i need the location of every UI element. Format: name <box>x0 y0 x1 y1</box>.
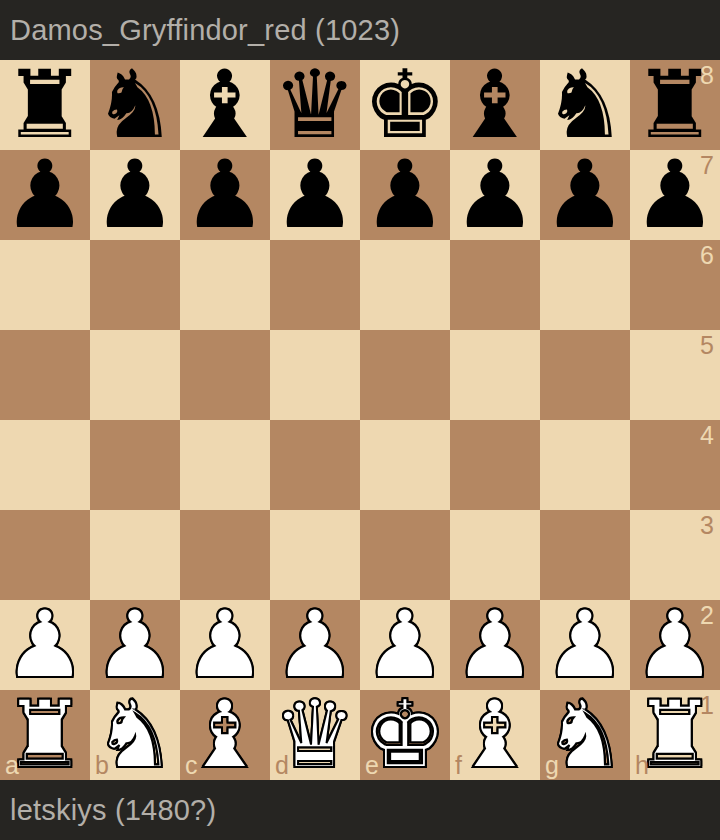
file-label-h: h <box>635 753 649 778</box>
square-d2[interactable]: ♟ <box>270 600 360 690</box>
square-f4[interactable] <box>450 420 540 510</box>
piece-black-pawn[interactable]: ♟ <box>450 150 540 240</box>
piece-black-queen[interactable]: ♛ <box>270 60 360 150</box>
square-g3[interactable] <box>540 510 630 600</box>
square-d4[interactable] <box>270 420 360 510</box>
square-e3[interactable] <box>360 510 450 600</box>
file-label-b: b <box>95 753 109 778</box>
square-h7[interactable]: ♟7 <box>630 150 720 240</box>
square-f5[interactable] <box>450 330 540 420</box>
piece-white-pawn[interactable]: ♟ <box>180 600 270 690</box>
square-b3[interactable] <box>90 510 180 600</box>
square-g6[interactable] <box>540 240 630 330</box>
square-b2[interactable]: ♟ <box>90 600 180 690</box>
piece-white-knight[interactable]: ♞ <box>540 690 630 780</box>
piece-white-pawn[interactable]: ♟ <box>630 600 720 690</box>
file-label-a: a <box>5 753 19 778</box>
rank-label-3: 3 <box>700 513 714 538</box>
piece-white-knight[interactable]: ♞ <box>90 690 180 780</box>
square-d8[interactable]: ♛ <box>270 60 360 150</box>
piece-black-bishop[interactable]: ♝ <box>450 60 540 150</box>
file-label-g: g <box>545 753 559 778</box>
piece-white-bishop[interactable]: ♝ <box>180 690 270 780</box>
square-g1[interactable]: ♞g <box>540 690 630 780</box>
file-label-c: c <box>185 753 198 778</box>
piece-black-knight[interactable]: ♞ <box>90 60 180 150</box>
rank-label-2: 2 <box>700 603 714 628</box>
square-a7[interactable]: ♟ <box>0 150 90 240</box>
square-h5[interactable]: 5 <box>630 330 720 420</box>
bottom-player-name: letskiys (1480?) <box>10 794 216 827</box>
square-g2[interactable]: ♟ <box>540 600 630 690</box>
square-b7[interactable]: ♟ <box>90 150 180 240</box>
top-player-bar: Damos_Gryffindor_red (1023) <box>0 0 720 60</box>
square-b4[interactable] <box>90 420 180 510</box>
bottom-player-bar: letskiys (1480?) <box>0 780 720 840</box>
rank-label-5: 5 <box>700 333 714 358</box>
piece-white-pawn[interactable]: ♟ <box>270 600 360 690</box>
square-b5[interactable] <box>90 330 180 420</box>
piece-white-king[interactable]: ♚ <box>360 690 450 780</box>
piece-black-bishop[interactable]: ♝ <box>180 60 270 150</box>
square-b8[interactable]: ♞ <box>90 60 180 150</box>
piece-white-pawn[interactable]: ♟ <box>540 600 630 690</box>
square-h4[interactable]: 4 <box>630 420 720 510</box>
square-c7[interactable]: ♟ <box>180 150 270 240</box>
piece-black-pawn[interactable]: ♟ <box>180 150 270 240</box>
square-h3[interactable]: 3 <box>630 510 720 600</box>
square-e1[interactable]: ♚e <box>360 690 450 780</box>
piece-black-pawn[interactable]: ♟ <box>540 150 630 240</box>
square-g5[interactable] <box>540 330 630 420</box>
square-h2[interactable]: ♟2 <box>630 600 720 690</box>
top-player-name: Damos_Gryffindor_red (1023) <box>10 14 400 47</box>
piece-black-pawn[interactable]: ♟ <box>360 150 450 240</box>
square-e4[interactable] <box>360 420 450 510</box>
square-c5[interactable] <box>180 330 270 420</box>
square-b6[interactable] <box>90 240 180 330</box>
piece-white-rook[interactable]: ♜ <box>630 690 720 780</box>
file-label-e: e <box>365 753 379 778</box>
square-d7[interactable]: ♟ <box>270 150 360 240</box>
square-e6[interactable] <box>360 240 450 330</box>
rank-label-7: 7 <box>700 153 714 178</box>
piece-black-pawn[interactable]: ♟ <box>630 150 720 240</box>
piece-white-pawn[interactable]: ♟ <box>0 600 90 690</box>
piece-white-queen[interactable]: ♛ <box>270 690 360 780</box>
square-h6[interactable]: 6 <box>630 240 720 330</box>
square-a5[interactable] <box>0 330 90 420</box>
square-c1[interactable]: ♝c <box>180 690 270 780</box>
piece-black-rook[interactable]: ♜ <box>0 60 90 150</box>
piece-black-rook[interactable]: ♜ <box>630 60 720 150</box>
rank-label-6: 6 <box>700 243 714 268</box>
square-a8[interactable]: ♜ <box>0 60 90 150</box>
rank-label-8: 8 <box>700 63 714 88</box>
square-b1[interactable]: ♞b <box>90 690 180 780</box>
square-d5[interactable] <box>270 330 360 420</box>
square-g4[interactable] <box>540 420 630 510</box>
square-c3[interactable] <box>180 510 270 600</box>
piece-black-pawn[interactable]: ♟ <box>270 150 360 240</box>
piece-black-knight[interactable]: ♞ <box>540 60 630 150</box>
piece-white-pawn[interactable]: ♟ <box>90 600 180 690</box>
square-e7[interactable]: ♟ <box>360 150 450 240</box>
square-e2[interactable]: ♟ <box>360 600 450 690</box>
piece-white-pawn[interactable]: ♟ <box>360 600 450 690</box>
square-a2[interactable]: ♟ <box>0 600 90 690</box>
square-f8[interactable]: ♝ <box>450 60 540 150</box>
file-label-f: f <box>455 753 462 778</box>
square-a6[interactable] <box>0 240 90 330</box>
square-c2[interactable]: ♟ <box>180 600 270 690</box>
square-c4[interactable] <box>180 420 270 510</box>
game-page: Damos_Gryffindor_red (1023) ♜♞♝♛♚♝♞♜8♟♟♟… <box>0 0 720 840</box>
rank-label-4: 4 <box>700 423 714 448</box>
board: ♜♞♝♛♚♝♞♜8♟♟♟♟♟♟♟♟76543♟♟♟♟♟♟♟♟2♜a♞b♝c♛d♚… <box>0 60 720 780</box>
square-f2[interactable]: ♟ <box>450 600 540 690</box>
piece-black-king[interactable]: ♚ <box>360 60 450 150</box>
square-f6[interactable] <box>450 240 540 330</box>
piece-white-pawn[interactable]: ♟ <box>450 600 540 690</box>
square-h1[interactable]: ♜1h <box>630 690 720 780</box>
square-a3[interactable] <box>0 510 90 600</box>
square-d1[interactable]: ♛d <box>270 690 360 780</box>
square-c6[interactable] <box>180 240 270 330</box>
square-d3[interactable] <box>270 510 360 600</box>
square-f7[interactable]: ♟ <box>450 150 540 240</box>
square-a1[interactable]: ♜a <box>0 690 90 780</box>
square-g7[interactable]: ♟ <box>540 150 630 240</box>
square-e5[interactable] <box>360 330 450 420</box>
square-f3[interactable] <box>450 510 540 600</box>
square-g8[interactable]: ♞ <box>540 60 630 150</box>
rank-label-1: 1 <box>700 693 714 718</box>
square-d6[interactable] <box>270 240 360 330</box>
piece-black-pawn[interactable]: ♟ <box>90 150 180 240</box>
square-f1[interactable]: ♝f <box>450 690 540 780</box>
square-c8[interactable]: ♝ <box>180 60 270 150</box>
square-e8[interactable]: ♚ <box>360 60 450 150</box>
piece-black-pawn[interactable]: ♟ <box>0 150 90 240</box>
file-label-d: d <box>275 753 289 778</box>
piece-white-rook[interactable]: ♜ <box>0 690 90 780</box>
square-h8[interactable]: ♜8 <box>630 60 720 150</box>
square-a4[interactable] <box>0 420 90 510</box>
piece-white-bishop[interactable]: ♝ <box>450 690 540 780</box>
